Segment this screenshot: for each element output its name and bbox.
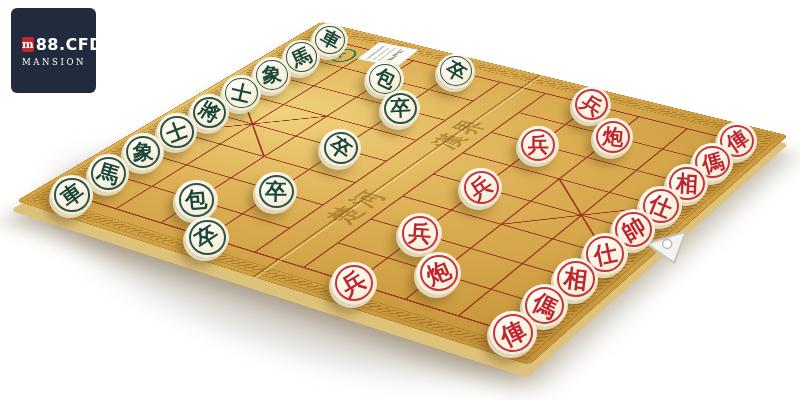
- piece-red-兵[interactable]: 兵: [518, 126, 559, 164]
- piece-character: 兵: [323, 253, 384, 313]
- piece-green-卒[interactable]: 卒: [320, 129, 361, 167]
- piece-character: 卒: [431, 46, 482, 96]
- product-photo-stage: 楚河 漢界 車馬象士將士象馬車包包卒卒卒卒卒兵兵兵兵兵炮炮俥傌相仕帥仕相傌俥: [0, 0, 800, 400]
- piece-green-馬[interactable]: 馬: [88, 154, 129, 193]
- piece-character: 兵: [397, 211, 444, 255]
- piece-character: 兵: [453, 159, 510, 215]
- logo-m-badge: m: [22, 37, 34, 52]
- piece-red-兵[interactable]: 兵: [331, 262, 377, 305]
- piece-green-卒[interactable]: 卒: [381, 90, 420, 127]
- piece-green-卒[interactable]: 卒: [185, 217, 229, 258]
- piece-red-炮[interactable]: 炮: [416, 252, 461, 295]
- piece-red-兵[interactable]: 兵: [398, 213, 442, 254]
- logo-name: 88.CFD: [36, 35, 103, 54]
- logo-row: m 88.CFD: [22, 35, 96, 54]
- pieces-layer: 車馬象士將士象馬車包包卒卒卒卒卒兵兵兵兵兵炮炮俥傌相仕帥仕相傌俥: [0, 0, 800, 400]
- piece-green-卒[interactable]: 卒: [437, 54, 475, 90]
- piece-red-炮[interactable]: 炮: [593, 118, 633, 156]
- piece-red-兵[interactable]: 兵: [460, 168, 502, 208]
- piece-character: 卒: [255, 171, 298, 211]
- piece-green-將[interactable]: 將: [190, 94, 229, 131]
- logo-subtitle: MANSION: [22, 57, 96, 67]
- piece-character: 卒: [380, 89, 421, 128]
- piece-red-俥[interactable]: 俥: [489, 311, 537, 356]
- piece-green-卒[interactable]: 卒: [255, 172, 297, 212]
- piece-character: 兵: [518, 126, 559, 164]
- piece-character: 卒: [313, 121, 368, 175]
- brand-logo: m 88.CFD MANSION: [11, 8, 96, 93]
- piece-character: 炮: [591, 116, 635, 158]
- piece-green-車[interactable]: 車: [51, 175, 93, 215]
